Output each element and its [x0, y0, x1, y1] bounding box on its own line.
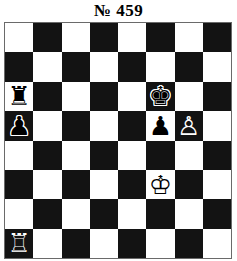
piece-white-pawn: ♙	[177, 113, 200, 139]
puzzle-page: № 459 ♜♚♟♟♙♔♖	[0, 0, 237, 261]
square-b5	[33, 111, 61, 140]
square-c6	[62, 82, 90, 111]
square-g7	[175, 52, 203, 81]
square-e5	[118, 111, 146, 140]
square-b8	[33, 23, 61, 52]
square-f7	[146, 52, 174, 81]
square-e3	[118, 170, 146, 199]
square-a5: ♟	[5, 111, 33, 140]
square-g8	[175, 23, 203, 52]
square-h3	[203, 170, 231, 199]
square-b3	[33, 170, 61, 199]
square-e8	[118, 23, 146, 52]
square-b1	[33, 229, 61, 258]
square-c1	[62, 229, 90, 258]
square-b7	[33, 52, 61, 81]
square-a4	[5, 141, 33, 170]
square-d3	[90, 170, 118, 199]
square-c3	[62, 170, 90, 199]
square-h8	[203, 23, 231, 52]
square-f5: ♟	[146, 111, 174, 140]
square-g5: ♙	[175, 111, 203, 140]
square-g6	[175, 82, 203, 111]
square-a6: ♜	[5, 82, 33, 111]
square-f3: ♔	[146, 170, 174, 199]
square-f4	[146, 141, 174, 170]
square-a7	[5, 52, 33, 81]
piece-black-rook: ♜	[7, 83, 30, 109]
piece-black-pawn: ♟	[149, 113, 172, 139]
square-e4	[118, 141, 146, 170]
square-d6	[90, 82, 118, 111]
square-f1	[146, 229, 174, 258]
square-g2	[175, 199, 203, 228]
square-g4	[175, 141, 203, 170]
square-g3	[175, 170, 203, 199]
square-b2	[33, 199, 61, 228]
square-d4	[90, 141, 118, 170]
square-f2	[146, 199, 174, 228]
square-a2	[5, 199, 33, 228]
square-e6	[118, 82, 146, 111]
square-d2	[90, 199, 118, 228]
piece-black-king: ♚	[149, 83, 172, 109]
square-h7	[203, 52, 231, 81]
square-h5	[203, 111, 231, 140]
square-e7	[118, 52, 146, 81]
square-a1: ♖	[5, 229, 33, 258]
square-g1	[175, 229, 203, 258]
square-b6	[33, 82, 61, 111]
square-h1	[203, 229, 231, 258]
puzzle-number: № 459	[0, 1, 237, 21]
chess-board: ♜♚♟♟♙♔♖	[4, 22, 232, 259]
square-d5	[90, 111, 118, 140]
square-c5	[62, 111, 90, 140]
square-c4	[62, 141, 90, 170]
square-e1	[118, 229, 146, 258]
square-f8	[146, 23, 174, 52]
square-f6: ♚	[146, 82, 174, 111]
square-c8	[62, 23, 90, 52]
square-b4	[33, 141, 61, 170]
piece-black-pawn: ♟	[7, 113, 30, 139]
square-a8	[5, 23, 33, 52]
piece-white-king: ♔	[149, 172, 172, 198]
square-d7	[90, 52, 118, 81]
square-h2	[203, 199, 231, 228]
square-h6	[203, 82, 231, 111]
square-e2	[118, 199, 146, 228]
square-a3	[5, 170, 33, 199]
square-d1	[90, 229, 118, 258]
square-c7	[62, 52, 90, 81]
square-c2	[62, 199, 90, 228]
piece-white-rook: ♖	[7, 230, 30, 256]
square-h4	[203, 141, 231, 170]
square-d8	[90, 23, 118, 52]
